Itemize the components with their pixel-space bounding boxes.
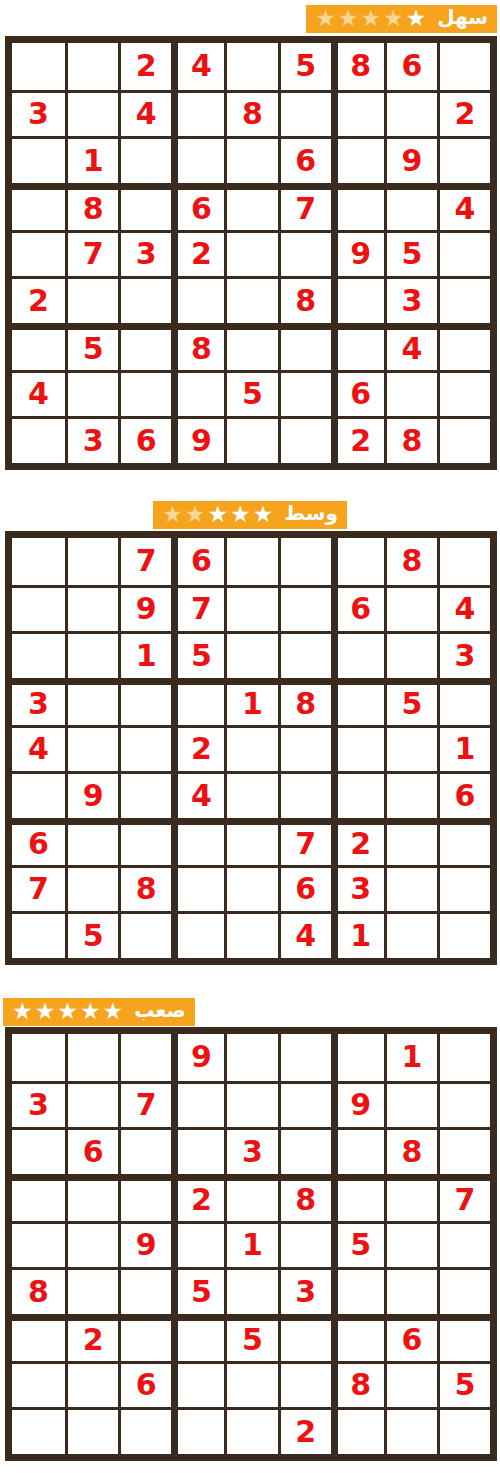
cell-r4c3[interactable] (118, 183, 171, 230)
cell-r1c5[interactable] (224, 43, 277, 90)
cell-r3c8: 9 (384, 136, 437, 183)
cell-r1c5[interactable] (224, 538, 277, 585)
cell-r5c5[interactable] (224, 725, 277, 772)
cell-r4c8: 5 (384, 678, 437, 725)
cell-r7c1: 6 (12, 818, 65, 865)
cell-r8c9: 5 (437, 1361, 490, 1408)
cell-r5c2[interactable] (65, 725, 118, 772)
cell-r4c1[interactable] (12, 183, 65, 230)
cell-r3c4[interactable] (171, 136, 224, 183)
cell-r5c6[interactable] (278, 725, 331, 772)
cell-r3c1[interactable] (12, 136, 65, 183)
cell-r6c7[interactable] (331, 276, 384, 323)
cell-r6c2[interactable] (65, 276, 118, 323)
cell-r2c4[interactable] (171, 90, 224, 137)
cell-r9c3[interactable] (118, 1407, 171, 1454)
cell-r1c3: 7 (118, 538, 171, 585)
cell-r1c4: 4 (171, 43, 224, 90)
cell-r1c7: 8 (331, 43, 384, 90)
cell-r6c9[interactable] (437, 1267, 490, 1314)
cell-r6c7[interactable] (331, 1267, 384, 1314)
cell-r4c5[interactable] (224, 183, 277, 230)
cell-r4c4: 2 (171, 1174, 224, 1221)
cell-r2c4[interactable] (171, 1081, 224, 1128)
cell-r6c8: 3 (384, 276, 437, 323)
cell-r3c5[interactable] (224, 136, 277, 183)
cell-r5c7[interactable] (331, 725, 384, 772)
cell-r7c4[interactable] (171, 1314, 224, 1361)
cell-r9c1[interactable] (12, 416, 65, 463)
cell-r7c1[interactable] (12, 323, 65, 370)
banner-row-medium: ★★★★★ وسط (0, 501, 500, 529)
cell-r1c1[interactable] (12, 538, 65, 585)
cell-r2c1: 3 (12, 90, 65, 137)
cell-r2c7[interactable] (331, 90, 384, 137)
cell-r2c9: 4 (437, 585, 490, 632)
cell-r6c1: 8 (12, 1267, 65, 1314)
cell-r2c2[interactable] (65, 1081, 118, 1128)
cell-r6c8[interactable] (384, 1267, 437, 1314)
cell-r7c4[interactable] (171, 818, 224, 865)
cell-r5c6[interactable] (278, 1221, 331, 1268)
cell-r1c1[interactable] (12, 43, 65, 90)
cell-r2c7: 9 (331, 1081, 384, 1128)
cell-r3c3: 1 (118, 631, 171, 678)
star-filled-icon: ★ (207, 503, 228, 526)
cell-r6c5[interactable] (224, 771, 277, 818)
cell-r7c6: 7 (278, 818, 331, 865)
cell-r1c9[interactable] (437, 538, 490, 585)
cell-r7c3[interactable] (118, 1314, 171, 1361)
cell-r3c3[interactable] (118, 136, 171, 183)
cell-r5c2[interactable] (65, 1221, 118, 1268)
cell-r2c3: 4 (118, 90, 171, 137)
cell-r4c3[interactable] (118, 678, 171, 725)
cell-r1c6: 5 (278, 43, 331, 90)
cell-r9c2: 5 (65, 911, 118, 958)
star-filled-icon: ★ (406, 7, 427, 30)
cell-r7c6[interactable] (278, 1314, 331, 1361)
cell-r5c8[interactable] (384, 725, 437, 772)
cell-r9c4[interactable] (171, 911, 224, 958)
cell-r8c5: 5 (224, 370, 277, 417)
banner-row-hard: ★★★★★ صعب (0, 998, 500, 1026)
difficulty-banner-hard: ★★★★★ صعب (3, 998, 195, 1026)
cell-r1c4: 9 (171, 1034, 224, 1081)
cell-r7c2: 5 (65, 323, 118, 370)
cell-r8c3: 8 (118, 865, 171, 912)
cell-r8c5[interactable] (224, 865, 277, 912)
star-rating-easy: ★★★★★ (315, 7, 426, 30)
cell-r6c7[interactable] (331, 771, 384, 818)
cell-r2c2[interactable] (65, 585, 118, 632)
cell-r3c2: 1 (65, 136, 118, 183)
cell-r9c2[interactable] (65, 1407, 118, 1454)
cell-r7c8: 6 (384, 1314, 437, 1361)
cell-r8c4[interactable] (171, 865, 224, 912)
difficulty-banner-medium: ★★★★★ وسط (153, 501, 347, 529)
cell-r9c8[interactable] (384, 1407, 437, 1454)
cell-r6c3[interactable] (118, 1267, 171, 1314)
cell-r7c9[interactable] (437, 818, 490, 865)
star-rating-medium: ★★★★★ (162, 503, 273, 526)
cell-r1c9[interactable] (437, 1034, 490, 1081)
difficulty-banner-easy: ★★★★★ سهل (306, 5, 497, 33)
cell-r5c9[interactable] (437, 230, 490, 277)
cell-r1c9[interactable] (437, 43, 490, 90)
cell-r4c9: 7 (437, 1174, 490, 1221)
cell-r6c2[interactable] (65, 1267, 118, 1314)
cell-r3c7[interactable] (331, 1127, 384, 1174)
cell-r5c1[interactable] (12, 230, 65, 277)
cell-r1c2[interactable] (65, 538, 118, 585)
cell-r5c2: 7 (65, 230, 118, 277)
sudoku-grid-hard: 913796382879158532566852 (5, 1027, 497, 1461)
cell-r6c6[interactable] (278, 771, 331, 818)
cell-r8c9[interactable] (437, 865, 490, 912)
cell-r3c1[interactable] (12, 1127, 65, 1174)
cell-r2c8[interactable] (384, 90, 437, 137)
cell-r1c8: 1 (384, 1034, 437, 1081)
sudoku-grid-medium: 768976415331854219466727863541 (5, 531, 497, 965)
cell-r4c2[interactable] (65, 1174, 118, 1221)
cell-r2c8[interactable] (384, 1081, 437, 1128)
cell-r5c8: 5 (384, 230, 437, 277)
cell-r7c2[interactable] (65, 818, 118, 865)
cell-r5c1[interactable] (12, 1221, 65, 1268)
cell-r1c5[interactable] (224, 1034, 277, 1081)
cell-r5c6[interactable] (278, 230, 331, 277)
cell-r6c8[interactable] (384, 771, 437, 818)
cell-r1c7[interactable] (331, 1034, 384, 1081)
cell-r9c1[interactable] (12, 1407, 65, 1454)
cell-r3c4: 5 (171, 631, 224, 678)
cell-r9c1[interactable] (12, 911, 65, 958)
difficulty-label-medium: وسط (284, 503, 338, 525)
cell-r5c4: 2 (171, 230, 224, 277)
cell-r9c9[interactable] (437, 1407, 490, 1454)
cell-r5c8[interactable] (384, 1221, 437, 1268)
cell-r6c4: 5 (171, 1267, 224, 1314)
cell-r6c3[interactable] (118, 771, 171, 818)
cell-r2c2[interactable] (65, 90, 118, 137)
cell-r1c3: 2 (118, 43, 171, 90)
cell-r3c3[interactable] (118, 1127, 171, 1174)
cell-r1c8: 6 (384, 43, 437, 90)
cell-r9c6: 4 (278, 911, 331, 958)
cell-r2c1[interactable] (12, 585, 65, 632)
cell-r8c6[interactable] (278, 370, 331, 417)
difficulty-label-hard: صعب (134, 1000, 186, 1022)
cell-r2c3: 9 (118, 585, 171, 632)
cell-r8c4[interactable] (171, 370, 224, 417)
cell-r7c3[interactable] (118, 818, 171, 865)
cell-r9c8: 8 (384, 416, 437, 463)
cell-r2c6[interactable] (278, 1081, 331, 1128)
puzzle-section-hard: ★★★★★ صعب 913796382879158532566852 (0, 998, 500, 1461)
cell-r4c6: 7 (278, 183, 331, 230)
cell-r1c8: 8 (384, 538, 437, 585)
cell-r5c5[interactable] (224, 230, 277, 277)
cell-r3c9[interactable] (437, 1127, 490, 1174)
cell-r3c5: 3 (224, 1127, 277, 1174)
cell-r8c8[interactable] (384, 370, 437, 417)
cell-r8c9[interactable] (437, 370, 490, 417)
difficulty-label-easy: سهل (437, 7, 488, 29)
cell-r4c8[interactable] (384, 183, 437, 230)
cell-r3c9: 3 (437, 631, 490, 678)
cell-r9c5[interactable] (224, 416, 277, 463)
star-filled-icon: ★ (12, 1000, 33, 1023)
cell-r7c5: 5 (224, 1314, 277, 1361)
cell-r2c5[interactable] (224, 585, 277, 632)
cell-r2c4: 7 (171, 585, 224, 632)
cell-r6c2: 9 (65, 771, 118, 818)
sudoku-grid-easy: 24586348216986747329528358445636928 (5, 36, 497, 470)
cell-r9c8[interactable] (384, 911, 437, 958)
cell-r6c9[interactable] (437, 276, 490, 323)
puzzle-section-medium: ★★★★★ وسط 768976415331854219466727863541 (0, 501, 500, 965)
cell-r4c5: 1 (224, 678, 277, 725)
cell-r2c8[interactable] (384, 585, 437, 632)
cell-r4c7[interactable] (331, 183, 384, 230)
cell-r9c3[interactable] (118, 911, 171, 958)
cell-r5c3[interactable] (118, 725, 171, 772)
cell-r8c3[interactable] (118, 370, 171, 417)
cell-r3c5[interactable] (224, 631, 277, 678)
cell-r3c8[interactable] (384, 631, 437, 678)
star-pale-icon: ★ (338, 7, 359, 30)
cell-r8c7: 3 (331, 865, 384, 912)
cell-r3c7[interactable] (331, 136, 384, 183)
cell-r3c6: 6 (278, 136, 331, 183)
cell-r3c4[interactable] (171, 1127, 224, 1174)
cell-r3c1[interactable] (12, 631, 65, 678)
cell-r4c4[interactable] (171, 678, 224, 725)
cell-r8c4[interactable] (171, 1361, 224, 1408)
cell-r8c7: 6 (331, 370, 384, 417)
cell-r2c7: 6 (331, 585, 384, 632)
banner-row-easy: ★★★★★ سهل (0, 5, 500, 33)
cell-r3c2: 6 (65, 1127, 118, 1174)
cell-r7c5[interactable] (224, 323, 277, 370)
cell-r7c1[interactable] (12, 1314, 65, 1361)
star-filled-icon: ★ (57, 1000, 78, 1023)
cell-r8c6[interactable] (278, 1361, 331, 1408)
cell-r6c9: 6 (437, 771, 490, 818)
cell-r4c9[interactable] (437, 678, 490, 725)
cell-r9c5[interactable] (224, 911, 277, 958)
cell-r8c7: 8 (331, 1361, 384, 1408)
cell-r7c6[interactable] (278, 323, 331, 370)
cell-r5c4: 2 (171, 725, 224, 772)
cell-r7c7[interactable] (331, 323, 384, 370)
cell-r9c4: 9 (171, 416, 224, 463)
cell-r9c6[interactable] (278, 416, 331, 463)
cell-r9c7[interactable] (331, 1407, 384, 1454)
cell-r4c2[interactable] (65, 678, 118, 725)
cell-r7c5[interactable] (224, 818, 277, 865)
star-pale-icon: ★ (360, 7, 381, 30)
cell-r6c5[interactable] (224, 276, 277, 323)
cell-r6c3[interactable] (118, 276, 171, 323)
cell-r1c3[interactable] (118, 1034, 171, 1081)
star-filled-icon: ★ (230, 503, 251, 526)
cell-r4c9: 4 (437, 183, 490, 230)
cell-r6c5[interactable] (224, 1267, 277, 1314)
cell-r6c1[interactable] (12, 771, 65, 818)
cell-r1c7[interactable] (331, 538, 384, 585)
cell-r8c2[interactable] (65, 370, 118, 417)
cell-r4c5[interactable] (224, 1174, 277, 1221)
cell-r6c6: 8 (278, 276, 331, 323)
cell-r8c6: 6 (278, 865, 331, 912)
cell-r6c6: 3 (278, 1267, 331, 1314)
cell-r2c6[interactable] (278, 90, 331, 137)
cell-r9c5[interactable] (224, 1407, 277, 1454)
cell-r9c7: 2 (331, 416, 384, 463)
cell-r4c1: 3 (12, 678, 65, 725)
cell-r9c2: 3 (65, 416, 118, 463)
cell-r4c6: 8 (278, 678, 331, 725)
cell-r5c9[interactable] (437, 1221, 490, 1268)
cell-r5c5: 1 (224, 1221, 277, 1268)
cell-r1c1[interactable] (12, 1034, 65, 1081)
cell-r4c7[interactable] (331, 1174, 384, 1221)
cell-r1c2[interactable] (65, 1034, 118, 1081)
cell-r1c4: 6 (171, 538, 224, 585)
cell-r3c9[interactable] (437, 136, 490, 183)
cell-r5c3: 3 (118, 230, 171, 277)
cell-r4c3[interactable] (118, 1174, 171, 1221)
cell-r3c7[interactable] (331, 631, 384, 678)
cell-r7c8[interactable] (384, 818, 437, 865)
puzzle-section-easy: ★★★★★ سهل 245863482169867473295283584456… (0, 5, 500, 470)
cell-r5c9: 1 (437, 725, 490, 772)
cell-r8c8[interactable] (384, 865, 437, 912)
cell-r7c7[interactable] (331, 1314, 384, 1361)
cell-r2c5: 8 (224, 90, 277, 137)
cell-r4c2: 8 (65, 183, 118, 230)
cell-r1c2[interactable] (65, 43, 118, 90)
cell-r4c8[interactable] (384, 1174, 437, 1221)
cell-r9c9[interactable] (437, 416, 490, 463)
cell-r9c7: 1 (331, 911, 384, 958)
sudoku-page: ★★★★★ سهل 245863482169867473295283584456… (0, 5, 500, 1461)
cell-r8c8[interactable] (384, 1361, 437, 1408)
cell-r1c6[interactable] (278, 538, 331, 585)
cell-r4c4: 6 (171, 183, 224, 230)
cell-r9c4[interactable] (171, 1407, 224, 1454)
cell-r5c4[interactable] (171, 1221, 224, 1268)
star-pale-icon: ★ (185, 503, 206, 526)
cell-r8c1: 4 (12, 370, 65, 417)
cell-r5c7: 9 (331, 230, 384, 277)
star-pale-icon: ★ (315, 7, 336, 30)
cell-r6c4[interactable] (171, 276, 224, 323)
cell-r2c9[interactable] (437, 1081, 490, 1128)
cell-r5c7: 5 (331, 1221, 384, 1268)
cell-r4c6: 8 (278, 1174, 331, 1221)
cell-r7c4: 8 (171, 323, 224, 370)
star-filled-icon: ★ (80, 1000, 101, 1023)
cell-r1c6[interactable] (278, 1034, 331, 1081)
star-pale-icon: ★ (383, 7, 404, 30)
cell-r3c2[interactable] (65, 631, 118, 678)
cell-r7c2: 2 (65, 1314, 118, 1361)
cell-r8c1: 7 (12, 865, 65, 912)
cell-r3c6[interactable] (278, 1127, 331, 1174)
cell-r2c1: 3 (12, 1081, 65, 1128)
cell-r8c5[interactable] (224, 1361, 277, 1408)
cell-r5c1: 4 (12, 725, 65, 772)
cell-r3c6[interactable] (278, 631, 331, 678)
cell-r9c6: 2 (278, 1407, 331, 1454)
cell-r9c9[interactable] (437, 911, 490, 958)
cell-r4c7[interactable] (331, 678, 384, 725)
cell-r2c9: 2 (437, 90, 490, 137)
cell-r7c9[interactable] (437, 1314, 490, 1361)
cell-r6c1: 2 (12, 276, 65, 323)
cell-r8c2[interactable] (65, 865, 118, 912)
cell-r7c3[interactable] (118, 323, 171, 370)
star-filled-icon: ★ (35, 1000, 56, 1023)
cell-r7c8: 4 (384, 323, 437, 370)
star-filled-icon: ★ (253, 503, 274, 526)
star-filled-icon: ★ (103, 1000, 124, 1023)
cell-r9c3: 6 (118, 416, 171, 463)
cell-r7c9[interactable] (437, 323, 490, 370)
cell-r2c6[interactable] (278, 585, 331, 632)
cell-r4c1[interactable] (12, 1174, 65, 1221)
cell-r3c8: 8 (384, 1127, 437, 1174)
star-rating-hard: ★★★★★ (12, 1000, 123, 1023)
cell-r8c1[interactable] (12, 1361, 65, 1408)
cell-r8c3: 6 (118, 1361, 171, 1408)
cell-r5c3: 9 (118, 1221, 171, 1268)
cell-r2c5[interactable] (224, 1081, 277, 1128)
cell-r2c3: 7 (118, 1081, 171, 1128)
star-pale-icon: ★ (162, 503, 183, 526)
cell-r7c7: 2 (331, 818, 384, 865)
cell-r8c2[interactable] (65, 1361, 118, 1408)
cell-r6c4: 4 (171, 771, 224, 818)
